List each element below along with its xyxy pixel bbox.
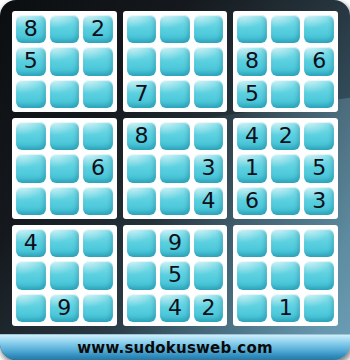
- cell-r9c6[interactable]: 2: [194, 294, 224, 322]
- cell-r5c1[interactable]: [16, 154, 46, 182]
- box-7: 49: [12, 225, 117, 326]
- cell-r2c3[interactable]: [83, 47, 113, 75]
- box-6: 421563: [233, 118, 338, 219]
- cell-r1c6[interactable]: [194, 15, 224, 43]
- cell-r1c7[interactable]: [237, 15, 267, 43]
- footer-bar: www.sudokusweb.com: [0, 334, 350, 360]
- cell-r7c8[interactable]: [271, 229, 301, 257]
- box-4: 6: [12, 118, 117, 219]
- cell-r6c5[interactable]: [160, 187, 190, 215]
- cell-r8c9[interactable]: [304, 261, 334, 289]
- cell-r4c7[interactable]: 4: [237, 122, 267, 150]
- cell-r8c2[interactable]: [50, 261, 80, 289]
- cell-r9c2[interactable]: 9: [50, 294, 80, 322]
- cell-r7c6[interactable]: [194, 229, 224, 257]
- cell-r4c8[interactable]: 2: [271, 122, 301, 150]
- cell-r3c4[interactable]: 7: [127, 80, 157, 108]
- cell-r5c2[interactable]: [50, 154, 80, 182]
- box-2: 7: [123, 11, 228, 112]
- sudoku-app-frame: 825 7 865 6 834 421563 49 9542 1 www.sud…: [0, 0, 350, 360]
- cell-r3c8[interactable]: [271, 80, 301, 108]
- cell-r2c5[interactable]: [160, 47, 190, 75]
- cell-r8c7[interactable]: [237, 261, 267, 289]
- cell-r8c3[interactable]: [83, 261, 113, 289]
- cell-r1c1[interactable]: 8: [16, 15, 46, 43]
- cell-r1c3[interactable]: 2: [83, 15, 113, 43]
- cell-r5c5[interactable]: [160, 154, 190, 182]
- cell-r3c7[interactable]: 5: [237, 80, 267, 108]
- cell-r2c8[interactable]: [271, 47, 301, 75]
- box-5: 834: [123, 118, 228, 219]
- cell-r6c1[interactable]: [16, 187, 46, 215]
- sudoku-board: 825 7 865 6 834 421563 49 9542 1: [0, 0, 350, 334]
- cell-r6c6[interactable]: 4: [194, 187, 224, 215]
- site-url: www.sudokusweb.com: [77, 339, 272, 357]
- cell-r1c9[interactable]: [304, 15, 334, 43]
- cell-r1c4[interactable]: [127, 15, 157, 43]
- cell-r9c1[interactable]: [16, 294, 46, 322]
- cell-r9c4[interactable]: [127, 294, 157, 322]
- cell-r7c9[interactable]: [304, 229, 334, 257]
- cell-r5c6[interactable]: 3: [194, 154, 224, 182]
- cell-r5c8[interactable]: [271, 154, 301, 182]
- cell-r3c9[interactable]: [304, 80, 334, 108]
- cell-r2c4[interactable]: [127, 47, 157, 75]
- box-9: 1: [233, 225, 338, 326]
- cell-r1c2[interactable]: [50, 15, 80, 43]
- cell-r4c2[interactable]: [50, 122, 80, 150]
- cell-r7c4[interactable]: [127, 229, 157, 257]
- cell-r8c1[interactable]: [16, 261, 46, 289]
- cell-r5c4[interactable]: [127, 154, 157, 182]
- cell-r4c3[interactable]: [83, 122, 113, 150]
- cell-r3c6[interactable]: [194, 80, 224, 108]
- box-8: 9542: [123, 225, 228, 326]
- cell-r3c5[interactable]: [160, 80, 190, 108]
- cell-r6c7[interactable]: 6: [237, 187, 267, 215]
- cell-r9c5[interactable]: 4: [160, 294, 190, 322]
- cell-r4c4[interactable]: 8: [127, 122, 157, 150]
- box-1: 825: [12, 11, 117, 112]
- cell-r6c9[interactable]: 3: [304, 187, 334, 215]
- cell-r8c4[interactable]: [127, 261, 157, 289]
- cell-r2c6[interactable]: [194, 47, 224, 75]
- cell-r3c3[interactable]: [83, 80, 113, 108]
- cell-r7c2[interactable]: [50, 229, 80, 257]
- cell-r9c7[interactable]: [237, 294, 267, 322]
- cell-r7c7[interactable]: [237, 229, 267, 257]
- cell-r5c9[interactable]: 5: [304, 154, 334, 182]
- cell-r2c2[interactable]: [50, 47, 80, 75]
- cell-r3c2[interactable]: [50, 80, 80, 108]
- cell-r8c8[interactable]: [271, 261, 301, 289]
- cell-r6c2[interactable]: [50, 187, 80, 215]
- cell-r1c8[interactable]: [271, 15, 301, 43]
- cell-r4c5[interactable]: [160, 122, 190, 150]
- cell-r2c9[interactable]: 6: [304, 47, 334, 75]
- cell-r7c5[interactable]: 9: [160, 229, 190, 257]
- box-3: 865: [233, 11, 338, 112]
- cell-r6c4[interactable]: [127, 187, 157, 215]
- cell-r4c6[interactable]: [194, 122, 224, 150]
- cell-r9c8[interactable]: 1: [271, 294, 301, 322]
- cell-r2c7[interactable]: 8: [237, 47, 267, 75]
- cell-r9c3[interactable]: [83, 294, 113, 322]
- cell-r8c6[interactable]: [194, 261, 224, 289]
- cell-r5c7[interactable]: 1: [237, 154, 267, 182]
- cell-r4c9[interactable]: [304, 122, 334, 150]
- cell-r8c5[interactable]: 5: [160, 261, 190, 289]
- cell-r2c1[interactable]: 5: [16, 47, 46, 75]
- cell-r7c3[interactable]: [83, 229, 113, 257]
- cell-r4c1[interactable]: [16, 122, 46, 150]
- cell-r6c8[interactable]: [271, 187, 301, 215]
- cell-r1c5[interactable]: [160, 15, 190, 43]
- cell-r3c1[interactable]: [16, 80, 46, 108]
- cell-r9c9[interactable]: [304, 294, 334, 322]
- cell-r5c3[interactable]: 6: [83, 154, 113, 182]
- cell-r7c1[interactable]: 4: [16, 229, 46, 257]
- cell-r6c3[interactable]: [83, 187, 113, 215]
